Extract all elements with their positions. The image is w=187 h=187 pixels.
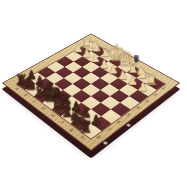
rank-label: 5 <box>125 112 132 117</box>
white-rook: ♜ <box>81 36 93 49</box>
board-grid: ♜♞♝♚♛♝♞♜♟♟♟♟♟♟♟♟♟♟♟♟♟♟♟♟♜♞♝♚♛♝♞♜ <box>16 41 166 140</box>
file-label: e <box>50 113 57 118</box>
chess-set-photo: ♜♞♝♚♛♝♞♜♟♟♟♟♟♟♟♟♟♟♟♟♟♟♟♟♜♞♝♚♛♝♞♜ abcdefg… <box>0 0 187 187</box>
file-label: b <box>23 92 30 96</box>
square-c2[interactable]: ♟ <box>118 72 136 83</box>
file-label: f <box>60 120 66 124</box>
rank-label: 6 <box>115 119 122 124</box>
file-label: c <box>32 99 39 103</box>
square-d5[interactable] <box>82 84 101 96</box>
black-rook: ♜ <box>15 73 28 87</box>
chessboard: ♜♞♝♚♛♝♞♜♟♟♟♟♟♟♟♟♟♟♟♟♟♟♟♟♜♞♝♚♛♝♞♜ abcdefg… <box>2 34 180 151</box>
black-pawn: ♟ <box>25 69 38 81</box>
square-a1[interactable]: ♜ <box>146 78 164 90</box>
rank-label: 7 <box>105 127 112 132</box>
file-label: a <box>15 86 22 90</box>
file-label: g <box>69 127 76 132</box>
board-frame: ♜♞♝♚♛♝♞♜♟♟♟♟♟♟♟♟♟♟♟♟♟♟♟♟♜♞♝♚♛♝♞♜ abcdefg… <box>2 34 180 151</box>
square-a2[interactable]: ♟ <box>138 84 157 96</box>
square-e4[interactable] <box>82 72 100 83</box>
rank-label: 3 <box>144 99 151 104</box>
square-g6[interactable] <box>46 72 64 83</box>
rank-label: 2 <box>152 92 158 96</box>
file-label: h <box>80 134 87 140</box>
hinge-dot <box>126 124 131 127</box>
hinge-dot <box>103 141 108 145</box>
box-clasp <box>134 55 139 63</box>
